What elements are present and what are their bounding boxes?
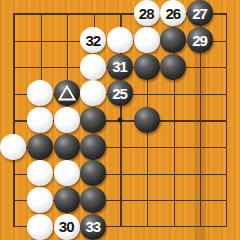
stone-black-c4r9[interactable]: 33 [80, 214, 106, 240]
stone-black-c4r6[interactable] [80, 134, 106, 160]
stone-black-c2r6[interactable] [27, 134, 53, 160]
stone-black-c7r2[interactable] [160, 27, 186, 53]
stone-black-c3r6[interactable] [54, 134, 80, 160]
stone-white-c5r2[interactable] [107, 27, 133, 53]
stone-black-c3r4[interactable] [54, 80, 80, 106]
stone-black-c4r8[interactable] [80, 187, 106, 213]
go-board[interactable]: 282627322931253033 [0, 0, 240, 240]
stone-white-c1r6[interactable] [0, 134, 26, 160]
stone-black-c4r7[interactable] [80, 160, 106, 186]
stone-black-c4r5[interactable] [80, 107, 106, 133]
move-number-label: 25 [112, 86, 128, 101]
move-number-label: 31 [112, 59, 128, 74]
stone-black-c8r2[interactable]: 29 [187, 27, 213, 53]
move-number-label: 27 [192, 6, 208, 21]
stone-white-c4r2[interactable]: 32 [80, 27, 106, 53]
stone-black-c5r4[interactable]: 25 [107, 80, 133, 106]
stone-white-c7r1[interactable]: 26 [160, 0, 186, 26]
move-number-label: 26 [165, 6, 181, 21]
move-number-label: 29 [192, 33, 208, 48]
star-point [118, 118, 123, 123]
stone-white-c2r7[interactable] [27, 160, 53, 186]
move-number-label: 30 [59, 219, 75, 234]
move-number-label: 28 [139, 6, 155, 21]
stone-white-c3r5[interactable] [54, 107, 80, 133]
stone-white-c6r2[interactable] [134, 27, 160, 53]
stone-white-c3r9[interactable]: 30 [54, 214, 80, 240]
triangle-marker-icon [58, 85, 76, 101]
stone-white-c6r1[interactable]: 28 [134, 0, 160, 26]
stone-white-c3r7[interactable] [54, 160, 80, 186]
stone-white-c2r5[interactable] [27, 107, 53, 133]
stone-white-c2r4[interactable] [27, 80, 53, 106]
stone-white-c4r4[interactable] [80, 80, 106, 106]
stone-black-c6r3[interactable] [134, 54, 160, 80]
stone-black-c7r3[interactable] [160, 54, 186, 80]
move-number-label: 33 [85, 219, 101, 234]
stone-white-c4r3[interactable] [80, 54, 106, 80]
stone-black-c3r8[interactable] [54, 187, 80, 213]
stone-white-c2r8[interactable] [27, 187, 53, 213]
stone-black-c8r1[interactable]: 27 [187, 0, 213, 26]
stone-black-c6r5[interactable] [134, 107, 160, 133]
move-number-label: 32 [85, 33, 101, 48]
stone-black-c5r3[interactable]: 31 [107, 54, 133, 80]
stone-white-c2r9[interactable] [27, 214, 53, 240]
